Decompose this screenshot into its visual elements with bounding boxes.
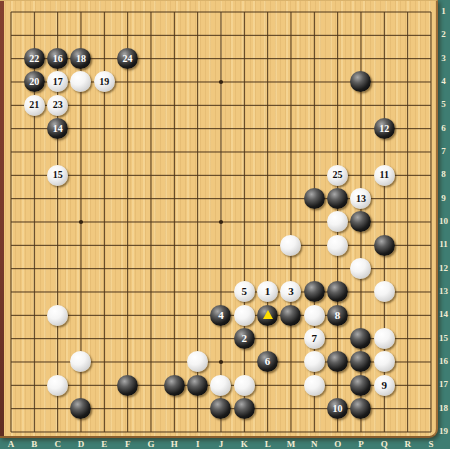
board-cell[interactable] xyxy=(373,350,396,373)
board-cell[interactable] xyxy=(326,350,349,373)
board-cell[interactable] xyxy=(69,164,92,187)
board-cell[interactable] xyxy=(23,374,46,397)
board-cell[interactable] xyxy=(163,304,186,327)
board-cell[interactable] xyxy=(396,327,419,350)
board-cell[interactable] xyxy=(139,327,162,350)
board-cell[interactable] xyxy=(279,234,302,257)
board-cell[interactable] xyxy=(396,117,419,140)
board-cell[interactable] xyxy=(46,24,69,47)
board-cell[interactable] xyxy=(69,117,92,140)
board-cell[interactable] xyxy=(209,0,232,23)
board-cell[interactable] xyxy=(0,234,23,257)
board-cell[interactable] xyxy=(303,210,326,233)
board-cell[interactable] xyxy=(209,327,232,350)
board-cell[interactable] xyxy=(396,374,419,397)
board-cell[interactable] xyxy=(396,280,419,303)
board-cell[interactable] xyxy=(0,47,23,70)
board-cell[interactable] xyxy=(69,94,92,117)
board-cell[interactable] xyxy=(279,350,302,373)
board-cell[interactable] xyxy=(163,374,186,397)
board-cell[interactable] xyxy=(139,257,162,280)
board-cell[interactable] xyxy=(303,374,326,397)
board-cell[interactable] xyxy=(396,70,419,93)
board-cell[interactable] xyxy=(349,257,372,280)
board-cell[interactable] xyxy=(69,327,92,350)
board-cell[interactable] xyxy=(163,210,186,233)
board-cell[interactable] xyxy=(139,397,162,420)
board-cell[interactable] xyxy=(163,140,186,163)
board-cell[interactable] xyxy=(279,304,302,327)
board-cell[interactable] xyxy=(0,94,23,117)
board-cell[interactable] xyxy=(186,117,209,140)
board-cell[interactable] xyxy=(186,140,209,163)
board-cell[interactable] xyxy=(373,24,396,47)
board-cell[interactable] xyxy=(0,0,23,23)
board-cell[interactable] xyxy=(373,94,396,117)
board-cell[interactable] xyxy=(0,210,23,233)
board-cell[interactable] xyxy=(209,117,232,140)
board-cell[interactable] xyxy=(373,397,396,420)
board-cell[interactable]: 8 xyxy=(326,304,349,327)
board-cell[interactable]: 17 xyxy=(46,70,69,93)
board-cell[interactable]: 12 xyxy=(373,117,396,140)
board-cell[interactable] xyxy=(139,210,162,233)
board-cell[interactable] xyxy=(186,257,209,280)
board-cell[interactable] xyxy=(233,234,256,257)
board-cell[interactable] xyxy=(139,164,162,187)
board-cell[interactable] xyxy=(23,210,46,233)
board-cell[interactable] xyxy=(139,187,162,210)
board-cell[interactable] xyxy=(0,140,23,163)
board-cell[interactable] xyxy=(46,350,69,373)
board-cell[interactable] xyxy=(256,47,279,70)
board-cell[interactable]: 2 xyxy=(233,327,256,350)
board-cell[interactable] xyxy=(46,304,69,327)
board-cell[interactable] xyxy=(69,304,92,327)
board-cell[interactable] xyxy=(163,257,186,280)
board-cell[interactable] xyxy=(116,210,139,233)
board-cell[interactable]: 18 xyxy=(69,47,92,70)
board-cell[interactable]: 25 xyxy=(326,164,349,187)
board-cell[interactable] xyxy=(93,397,116,420)
board-cell[interactable] xyxy=(139,280,162,303)
board-cell[interactable] xyxy=(23,140,46,163)
board-cell[interactable] xyxy=(93,304,116,327)
board-cell[interactable] xyxy=(163,280,186,303)
board-cell[interactable] xyxy=(256,117,279,140)
board-cell[interactable] xyxy=(116,327,139,350)
board-cell[interactable] xyxy=(373,70,396,93)
board-cell[interactable] xyxy=(46,257,69,280)
board-cell[interactable]: 22 xyxy=(23,47,46,70)
board-cell[interactable] xyxy=(279,327,302,350)
board-cell[interactable] xyxy=(373,234,396,257)
board-cell[interactable] xyxy=(46,210,69,233)
board-cell[interactable] xyxy=(256,0,279,23)
board-cell[interactable] xyxy=(139,94,162,117)
board-cell[interactable] xyxy=(139,234,162,257)
board-cell[interactable] xyxy=(303,47,326,70)
board-cell[interactable] xyxy=(256,234,279,257)
board-cell[interactable] xyxy=(279,0,302,23)
board-cell[interactable] xyxy=(69,0,92,23)
board-cell[interactable] xyxy=(186,94,209,117)
board-cell[interactable] xyxy=(139,140,162,163)
board-cell[interactable] xyxy=(256,187,279,210)
board-cell[interactable] xyxy=(279,164,302,187)
board-cell[interactable] xyxy=(256,374,279,397)
board-cell[interactable] xyxy=(46,234,69,257)
board-cell[interactable] xyxy=(303,164,326,187)
board-cell[interactable] xyxy=(303,187,326,210)
board-cell[interactable] xyxy=(256,164,279,187)
board-cell[interactable] xyxy=(93,94,116,117)
board-cell[interactable] xyxy=(186,280,209,303)
board-cell[interactable] xyxy=(23,187,46,210)
board-cell[interactable] xyxy=(396,187,419,210)
board-cell[interactable] xyxy=(116,0,139,23)
board-cell[interactable] xyxy=(186,70,209,93)
board-cell[interactable] xyxy=(93,47,116,70)
board-cell[interactable] xyxy=(233,140,256,163)
board-cell[interactable] xyxy=(209,257,232,280)
board-cell[interactable]: 19 xyxy=(93,70,116,93)
board-cell[interactable] xyxy=(209,164,232,187)
board-cell[interactable] xyxy=(116,117,139,140)
board-cell[interactable] xyxy=(256,257,279,280)
board-cell[interactable]: 10 xyxy=(326,397,349,420)
board-cell[interactable] xyxy=(396,234,419,257)
board-cell[interactable] xyxy=(279,94,302,117)
board-cell[interactable] xyxy=(349,374,372,397)
board-cell[interactable] xyxy=(279,257,302,280)
board-cell[interactable] xyxy=(326,187,349,210)
board-cell[interactable] xyxy=(209,374,232,397)
board-cell[interactable] xyxy=(46,397,69,420)
board-cell[interactable] xyxy=(209,350,232,373)
board-cell[interactable] xyxy=(209,70,232,93)
board-cell[interactable] xyxy=(163,164,186,187)
board-cell[interactable] xyxy=(116,350,139,373)
board-cell[interactable] xyxy=(46,327,69,350)
board-cell[interactable] xyxy=(233,94,256,117)
board-cell[interactable] xyxy=(163,94,186,117)
board-cell[interactable] xyxy=(233,397,256,420)
board-cell[interactable] xyxy=(233,350,256,373)
board-cell[interactable] xyxy=(303,140,326,163)
board-cell[interactable] xyxy=(69,234,92,257)
board-cell[interactable] xyxy=(0,164,23,187)
board-cell[interactable] xyxy=(163,350,186,373)
board-cell[interactable] xyxy=(46,187,69,210)
board-cell[interactable] xyxy=(233,374,256,397)
board-cell[interactable] xyxy=(0,397,23,420)
board-cell[interactable] xyxy=(373,304,396,327)
board-cell[interactable]: 23 xyxy=(46,94,69,117)
board-cell[interactable] xyxy=(116,234,139,257)
board-cell[interactable] xyxy=(93,257,116,280)
board-cell[interactable] xyxy=(326,24,349,47)
board-cell[interactable] xyxy=(0,117,23,140)
board-cell[interactable] xyxy=(396,257,419,280)
board-cell[interactable] xyxy=(349,327,372,350)
board-cell[interactable] xyxy=(396,350,419,373)
board-cell[interactable] xyxy=(163,327,186,350)
board-cell[interactable] xyxy=(233,257,256,280)
board-cell[interactable] xyxy=(186,374,209,397)
board-cell[interactable] xyxy=(279,47,302,70)
board-cell[interactable] xyxy=(116,187,139,210)
board-cell[interactable]: 7 xyxy=(303,327,326,350)
board-cell[interactable] xyxy=(139,47,162,70)
board-cell[interactable] xyxy=(23,0,46,23)
board-cell[interactable] xyxy=(256,24,279,47)
board-cell[interactable] xyxy=(326,210,349,233)
board-cell[interactable] xyxy=(139,24,162,47)
board-cell[interactable] xyxy=(163,70,186,93)
board-cell[interactable] xyxy=(303,257,326,280)
board-cell[interactable] xyxy=(326,234,349,257)
board-cell[interactable] xyxy=(69,280,92,303)
board-cell[interactable] xyxy=(373,280,396,303)
board-cell[interactable] xyxy=(303,0,326,23)
board-cell[interactable] xyxy=(373,47,396,70)
board-cell[interactable] xyxy=(139,0,162,23)
board-cell[interactable] xyxy=(69,397,92,420)
board-cell[interactable] xyxy=(116,374,139,397)
board-cell[interactable] xyxy=(396,397,419,420)
board-cell[interactable] xyxy=(69,257,92,280)
board-cell[interactable] xyxy=(186,47,209,70)
board-cell[interactable] xyxy=(396,164,419,187)
board-cell[interactable] xyxy=(209,234,232,257)
board-cell[interactable] xyxy=(0,187,23,210)
board-cell[interactable] xyxy=(349,164,372,187)
board-cell[interactable] xyxy=(209,280,232,303)
board-cell[interactable] xyxy=(163,397,186,420)
board-cell[interactable] xyxy=(0,350,23,373)
board-cell[interactable] xyxy=(0,24,23,47)
board-cell[interactable] xyxy=(326,94,349,117)
board-cell[interactable] xyxy=(163,187,186,210)
board-cell[interactable] xyxy=(93,164,116,187)
board-cell[interactable] xyxy=(23,397,46,420)
board-cell[interactable] xyxy=(396,304,419,327)
board-cell[interactable] xyxy=(396,210,419,233)
board-cell[interactable] xyxy=(139,70,162,93)
board-cell[interactable] xyxy=(396,24,419,47)
board-cell[interactable] xyxy=(186,397,209,420)
board-cell[interactable] xyxy=(373,257,396,280)
board-cell[interactable] xyxy=(233,117,256,140)
board-cell[interactable] xyxy=(93,280,116,303)
board-cell[interactable] xyxy=(279,374,302,397)
board-cell[interactable] xyxy=(209,187,232,210)
board-cell[interactable] xyxy=(256,304,279,327)
board-cell[interactable] xyxy=(93,117,116,140)
board-cell[interactable] xyxy=(303,24,326,47)
board-cell[interactable]: 21 xyxy=(23,94,46,117)
board-cell[interactable] xyxy=(279,210,302,233)
board-cell[interactable] xyxy=(116,164,139,187)
board-cell[interactable] xyxy=(23,280,46,303)
board-cell[interactable] xyxy=(163,117,186,140)
board-cell[interactable] xyxy=(139,374,162,397)
board-cell[interactable] xyxy=(279,187,302,210)
board-cell[interactable] xyxy=(209,210,232,233)
board-cell[interactable] xyxy=(23,117,46,140)
board-cell[interactable] xyxy=(349,24,372,47)
board-cell[interactable] xyxy=(46,0,69,23)
board-cell[interactable] xyxy=(349,140,372,163)
board-cell[interactable] xyxy=(303,304,326,327)
board-cell[interactable] xyxy=(349,70,372,93)
board-cell[interactable]: 16 xyxy=(46,47,69,70)
board-cell[interactable] xyxy=(163,0,186,23)
board-cell[interactable] xyxy=(93,187,116,210)
board-cell[interactable] xyxy=(186,24,209,47)
board-cell[interactable] xyxy=(0,257,23,280)
board-cell[interactable] xyxy=(256,397,279,420)
board-cell[interactable]: 6 xyxy=(256,350,279,373)
board-cell[interactable]: 14 xyxy=(46,117,69,140)
board-cell[interactable] xyxy=(326,374,349,397)
board-cell[interactable] xyxy=(303,280,326,303)
board-cell[interactable] xyxy=(93,327,116,350)
board-cell[interactable] xyxy=(233,47,256,70)
board-cell[interactable]: 3 xyxy=(279,280,302,303)
board-cell[interactable] xyxy=(186,304,209,327)
board-cell[interactable] xyxy=(163,24,186,47)
board-cell[interactable] xyxy=(233,70,256,93)
board-cell[interactable] xyxy=(139,117,162,140)
board-cell[interactable] xyxy=(93,210,116,233)
board-cell[interactable] xyxy=(23,24,46,47)
board-cell[interactable] xyxy=(349,117,372,140)
board-cell[interactable] xyxy=(349,47,372,70)
board-cell[interactable] xyxy=(326,47,349,70)
board-cell[interactable] xyxy=(256,140,279,163)
board-cell[interactable] xyxy=(326,140,349,163)
board-cell[interactable] xyxy=(233,210,256,233)
board-cell[interactable] xyxy=(233,0,256,23)
board-cell[interactable] xyxy=(0,374,23,397)
board-cell[interactable] xyxy=(209,140,232,163)
board-cell[interactable] xyxy=(373,140,396,163)
board-cell[interactable] xyxy=(23,257,46,280)
board-cell[interactable] xyxy=(93,234,116,257)
board-cell[interactable] xyxy=(186,210,209,233)
board-cell[interactable] xyxy=(163,47,186,70)
board-cell[interactable] xyxy=(46,374,69,397)
board-cell[interactable] xyxy=(349,350,372,373)
board-cell[interactable] xyxy=(373,210,396,233)
board-cell[interactable] xyxy=(139,350,162,373)
board-cell[interactable] xyxy=(326,0,349,23)
board-cell[interactable] xyxy=(116,94,139,117)
board-cell[interactable] xyxy=(256,327,279,350)
board-cell[interactable] xyxy=(256,94,279,117)
board-cell[interactable] xyxy=(373,187,396,210)
board-cell[interactable] xyxy=(209,47,232,70)
board-cell[interactable]: 13 xyxy=(349,187,372,210)
board-cell[interactable] xyxy=(209,94,232,117)
board-cell[interactable] xyxy=(396,140,419,163)
board-cell[interactable] xyxy=(116,257,139,280)
board-cell[interactable] xyxy=(116,24,139,47)
board-cell[interactable]: 1 xyxy=(256,280,279,303)
board-cell[interactable] xyxy=(23,327,46,350)
board-cell[interactable] xyxy=(93,374,116,397)
board-cell[interactable] xyxy=(46,280,69,303)
board-cell[interactable] xyxy=(279,140,302,163)
board-cell[interactable] xyxy=(209,24,232,47)
board-cell[interactable] xyxy=(69,70,92,93)
board-cell[interactable] xyxy=(326,280,349,303)
board-cell[interactable] xyxy=(69,374,92,397)
board-cell[interactable]: 5 xyxy=(233,280,256,303)
board-cell[interactable] xyxy=(186,164,209,187)
board-cell[interactable] xyxy=(93,350,116,373)
board-cell[interactable] xyxy=(349,234,372,257)
board-cell[interactable] xyxy=(303,94,326,117)
board-cell[interactable] xyxy=(303,397,326,420)
board-cell[interactable] xyxy=(349,397,372,420)
board-cell[interactable] xyxy=(396,94,419,117)
board-cell[interactable] xyxy=(116,280,139,303)
board-cell[interactable] xyxy=(326,70,349,93)
board-cell[interactable] xyxy=(0,304,23,327)
board-cell[interactable] xyxy=(69,24,92,47)
board-cell[interactable] xyxy=(349,94,372,117)
board-cell[interactable] xyxy=(209,397,232,420)
board-cell[interactable] xyxy=(279,70,302,93)
board-cell[interactable] xyxy=(326,117,349,140)
board-cell[interactable]: 20 xyxy=(23,70,46,93)
board-cell[interactable] xyxy=(116,397,139,420)
board-cell[interactable] xyxy=(69,140,92,163)
board-cell[interactable] xyxy=(303,117,326,140)
board-cell[interactable] xyxy=(69,350,92,373)
board-cell[interactable] xyxy=(279,397,302,420)
board-cell[interactable] xyxy=(373,0,396,23)
board-cell[interactable] xyxy=(373,327,396,350)
board-cell[interactable] xyxy=(23,164,46,187)
board-cell[interactable] xyxy=(186,0,209,23)
board-cell[interactable] xyxy=(256,70,279,93)
board-cell[interactable] xyxy=(0,280,23,303)
board-cell[interactable]: 4 xyxy=(209,304,232,327)
board-cell[interactable] xyxy=(186,234,209,257)
board-cell[interactable] xyxy=(349,304,372,327)
board-cell[interactable]: 15 xyxy=(46,164,69,187)
board-cell[interactable] xyxy=(396,0,419,23)
board-cell[interactable] xyxy=(163,234,186,257)
board-cell[interactable] xyxy=(186,187,209,210)
board-cell[interactable] xyxy=(93,24,116,47)
board-cell[interactable] xyxy=(93,140,116,163)
board-cell[interactable] xyxy=(69,210,92,233)
board-cell[interactable] xyxy=(233,164,256,187)
board-cell[interactable] xyxy=(326,257,349,280)
board-cell[interactable] xyxy=(349,210,372,233)
board-cell[interactable] xyxy=(233,24,256,47)
board-cell[interactable] xyxy=(186,327,209,350)
board-cell[interactable] xyxy=(0,327,23,350)
board-cell[interactable] xyxy=(349,0,372,23)
board-cell[interactable] xyxy=(116,304,139,327)
board-cell[interactable] xyxy=(396,47,419,70)
